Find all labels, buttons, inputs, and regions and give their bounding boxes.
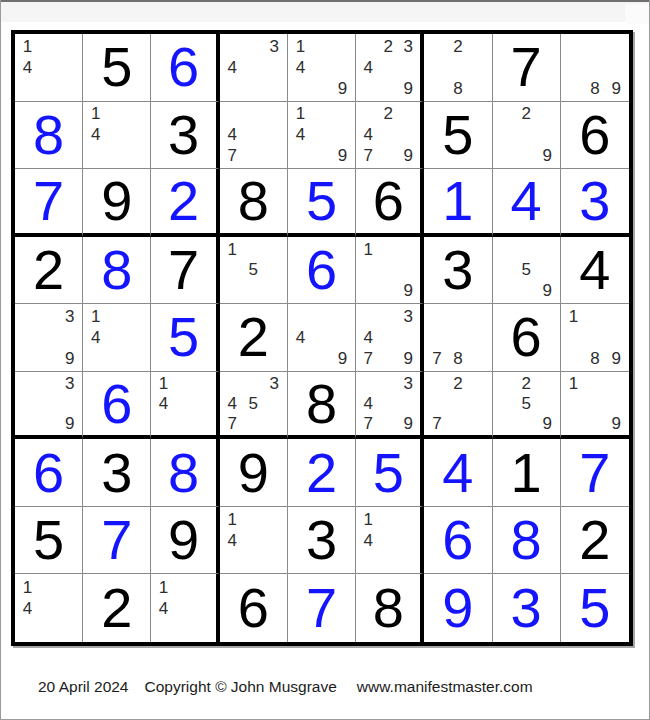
candidate-slot [106,124,127,145]
candidate-slot [243,57,264,78]
candidate-slot [398,104,418,125]
candidate-slot [426,374,447,394]
candidate-digit: 5 [516,260,537,281]
candidate-slot [468,394,489,414]
candidate-slot [59,78,80,99]
candidate-slot [426,78,447,99]
candidate-slot [378,413,398,433]
candidate-digit: 7 [222,145,243,166]
candidate-slot [127,348,148,369]
candidate-slot [194,413,214,433]
cell-r2c9[interactable]: 6 [561,102,629,170]
pencil-marks: 14 [358,509,418,572]
candidate-slot [584,327,605,348]
candidate-slot [563,348,584,369]
given-digit: 3 [306,512,337,568]
solved-digit: 3 [511,580,542,636]
candidate-slot [106,145,127,166]
candidate-slot [398,239,418,260]
candidate-slot [398,509,418,530]
candidate-slot [468,348,489,369]
candidate-slot [153,413,173,433]
cell-r9c6[interactable]: 8 [356,574,424,642]
candidate-slot [194,394,214,414]
solved-digit: 6 [101,376,132,432]
pencil-marks: 28 [426,36,489,99]
candidate-slot [38,348,59,369]
cell-r9c3[interactable]: 14 [151,574,219,642]
cell-r3c8[interactable]: 4 [493,169,561,237]
candidate-slot [85,145,106,166]
cell-r2c6[interactable]: 2479 [356,102,424,170]
pencil-marks: 14 [85,104,148,167]
candidate-digit: 9 [398,348,418,369]
cell-r2c2[interactable]: 14 [83,102,151,170]
cell-r9c1[interactable]: 14 [15,574,83,642]
candidate-digit: 1 [85,306,106,327]
cell-r3c6[interactable]: 6 [356,169,424,237]
candidate-slot [174,576,194,597]
candidate-digit: 1 [358,239,378,260]
candidate-slot [222,104,243,125]
candidate-slot [606,57,627,78]
candidate-slot [447,306,468,327]
cell-r5c8[interactable]: 6 [493,304,561,372]
candidate-slot [222,36,243,57]
pencil-marks: 2479 [358,104,418,167]
candidate-slot [194,576,214,597]
candidate-slot [332,306,353,327]
candidate-digit: 9 [398,280,418,301]
given-digit: 6 [238,580,269,636]
candidate-slot [563,413,584,433]
cell-r8c6[interactable]: 14 [356,507,424,575]
cell-r6c8[interactable]: 259 [493,372,561,440]
candidate-slot [127,104,148,125]
candidate-slot [378,260,398,281]
solved-digit: 7 [579,445,610,501]
candidate-digit: 4 [290,124,311,145]
candidate-slot [264,260,285,281]
candidate-digit: 4 [85,327,106,348]
candidate-slot [358,306,378,327]
candidate-slot [537,239,558,260]
given-digit: 6 [511,309,542,365]
pencil-marks: 14 [85,306,148,369]
candidate-slot [264,280,285,301]
candidate-slot [495,239,516,260]
given-digit: 6 [373,173,404,229]
solved-digit: 4 [511,173,542,229]
cell-r1c2[interactable]: 5 [83,34,151,102]
candidate-slot [563,78,584,99]
candidate-digit: 1 [290,36,311,57]
candidate-digit: 4 [17,598,38,619]
cell-r5c7[interactable]: 78 [424,304,492,372]
candidate-slot [516,413,537,433]
given-digit: 3 [442,242,473,298]
cell-r8c1[interactable]: 5 [15,507,83,575]
cell-r5c6[interactable]: 3479 [356,304,424,372]
candidate-digit: 7 [358,145,378,166]
cell-r8c3[interactable]: 9 [151,507,219,575]
candidate-digit: 9 [398,78,418,99]
given-digit: 5 [101,39,132,95]
solved-digit: 6 [33,445,64,501]
candidate-slot [378,306,398,327]
candidate-digit: 7 [426,413,447,433]
cell-r1c5[interactable]: 149 [288,34,356,102]
cell-r5c2[interactable]: 14 [83,304,151,372]
candidate-digit: 9 [332,145,353,166]
cell-r1c8[interactable]: 7 [493,34,561,102]
candidate-slot [516,124,537,145]
cell-r3c4[interactable]: 8 [220,169,288,237]
candidate-slot [332,36,353,57]
candidate-slot [378,394,398,414]
cell-r4c5[interactable]: 6 [288,237,356,305]
candidate-slot [264,104,285,125]
candidate-digit: 5 [243,260,264,281]
pencil-marks: 3457 [222,374,285,434]
pencil-marks: 89 [563,36,627,99]
candidate-slot [38,598,59,619]
cell-r2c1[interactable]: 8 [15,102,83,170]
candidate-slot [38,374,59,394]
candidate-slot [38,78,59,99]
candidate-slot [264,57,285,78]
candidate-slot [495,394,516,414]
cell-r6c7[interactable]: 27 [424,372,492,440]
cell-r3c1[interactable]: 7 [15,169,83,237]
candidate-slot [174,619,194,640]
candidate-digit: 4 [290,327,311,348]
candidate-slot [243,36,264,57]
candidate-slot [106,306,127,327]
pencil-marks: 27 [426,374,489,434]
candidate-slot [606,374,627,394]
candidate-slot [38,413,59,433]
candidate-slot [606,306,627,327]
candidate-slot [38,306,59,327]
candidate-slot [311,145,332,166]
cell-r3c7[interactable]: 1 [424,169,492,237]
candidate-slot [378,280,398,301]
candidate-slot [563,394,584,414]
cell-r5c9[interactable]: 189 [561,304,629,372]
candidate-slot [311,327,332,348]
cell-r2c3[interactable]: 3 [151,102,219,170]
pencil-marks: 34 [222,36,285,99]
candidate-slot [606,394,627,414]
candidate-slot [85,348,106,369]
candidate-slot [311,104,332,125]
footer-url[interactable]: www.manifestmaster.com [357,678,533,696]
given-digit: 6 [579,107,610,163]
candidate-digit: 4 [17,57,38,78]
candidate-digit: 4 [222,57,243,78]
candidate-slot [358,374,378,394]
solved-digit: 8 [511,512,542,568]
given-digit: 9 [101,173,132,229]
candidate-slot [537,394,558,414]
given-digit: 8 [238,173,269,229]
cell-r3c5[interactable]: 5 [288,169,356,237]
candidate-slot [194,374,214,394]
candidate-slot [38,36,59,57]
candidate-digit: 4 [358,57,378,78]
cell-r9c9[interactable]: 5 [561,574,629,642]
cell-r4c8[interactable]: 59 [493,237,561,305]
cell-r2c8[interactable]: 29 [493,102,561,170]
cell-r6c1[interactable]: 39 [15,372,83,440]
candidate-slot [332,104,353,125]
pencil-marks: 15 [222,239,285,302]
cell-r7c7[interactable]: 4 [424,439,492,507]
cell-r8c9[interactable]: 2 [561,507,629,575]
cell-r8c5[interactable]: 3 [288,507,356,575]
candidate-slot [447,413,468,433]
cell-r9c4[interactable]: 6 [220,574,288,642]
candidate-slot [264,509,285,530]
cell-r2c4[interactable]: 47 [220,102,288,170]
candidate-digit: 1 [17,576,38,597]
cell-r7c9[interactable]: 7 [561,439,629,507]
cell-r2c5[interactable]: 149 [288,102,356,170]
given-digit: 9 [238,445,269,501]
cell-r4c4[interactable]: 15 [220,237,288,305]
candidate-slot [311,78,332,99]
cell-r8c4[interactable]: 14 [220,507,288,575]
pencil-marks: 19 [563,374,627,434]
candidate-digit: 1 [17,36,38,57]
given-digit: 9 [168,512,199,568]
cell-r4c3[interactable]: 7 [151,237,219,305]
candidate-slot [378,78,398,99]
candidate-slot [358,36,378,57]
candidate-slot [332,57,353,78]
candidate-digit: 3 [398,36,418,57]
candidate-slot [378,551,398,572]
candidate-slot [606,36,627,57]
candidate-slot [243,78,264,99]
candidate-slot [243,530,264,551]
candidate-digit: 4 [358,327,378,348]
cell-r6c3[interactable]: 14 [151,372,219,440]
candidate-digit: 4 [358,124,378,145]
candidate-slot [378,124,398,145]
candidate-digit: 1 [563,306,584,327]
page: 1456341492349287898143471492479529679285… [0,0,650,720]
candidate-slot [38,394,59,414]
cell-r4c2[interactable]: 8 [83,237,151,305]
cell-r6c5[interactable]: 8 [288,372,356,440]
candidate-digit: 4 [85,124,106,145]
candidate-slot [243,509,264,530]
solved-digit: 8 [168,445,199,501]
candidate-slot [584,374,605,394]
candidate-slot [264,530,285,551]
candidate-slot [398,124,418,145]
cell-r9c5[interactable]: 7 [288,574,356,642]
cell-r4c9[interactable]: 4 [561,237,629,305]
candidate-slot [311,57,332,78]
candidate-slot [468,327,489,348]
candidate-slot [311,348,332,369]
candidate-slot [38,619,59,640]
cell-r4c7[interactable]: 3 [424,237,492,305]
candidate-slot [17,327,38,348]
solved-digit: 5 [306,173,337,229]
cell-r6c4[interactable]: 3457 [220,372,288,440]
given-digit: 2 [101,580,132,636]
cell-r5c1[interactable]: 39 [15,304,83,372]
cell-r1c7[interactable]: 28 [424,34,492,102]
pencil-marks: 14 [222,509,285,572]
candidate-slot [106,348,127,369]
given-digit: 4 [579,242,610,298]
candidate-digit: 9 [537,280,558,301]
pencil-marks: 14 [153,374,213,434]
given-digit: 2 [238,309,269,365]
cell-r5c3[interactable]: 5 [151,304,219,372]
candidate-slot [468,306,489,327]
candidate-slot [290,145,311,166]
cell-r4c1[interactable]: 2 [15,237,83,305]
solved-digit: 6 [442,512,473,568]
candidate-slot [290,348,311,369]
candidate-digit: 8 [447,78,468,99]
candidate-digit: 4 [358,530,378,551]
cell-r8c2[interactable]: 7 [83,507,151,575]
candidate-slot [243,413,264,433]
candidate-slot [222,260,243,281]
candidate-slot [243,374,264,394]
cell-r6c9[interactable]: 19 [561,372,629,440]
pencil-marks: 47 [222,104,285,167]
cell-r3c2[interactable]: 9 [83,169,151,237]
candidate-slot [378,239,398,260]
candidate-slot [378,509,398,530]
candidate-slot [378,145,398,166]
candidate-slot [59,394,80,414]
candidate-slot [17,348,38,369]
candidate-slot [584,413,605,433]
pencil-marks: 14 [17,36,80,99]
candidate-slot [17,374,38,394]
cell-r9c7[interactable]: 9 [424,574,492,642]
pencil-marks: 29 [495,104,558,167]
candidate-slot [447,327,468,348]
pencil-marks: 259 [495,374,558,434]
candidate-slot [59,619,80,640]
candidate-slot [59,327,80,348]
candidate-slot [127,306,148,327]
sudoku-board: 1456341492349287898143471492479529679285… [11,30,633,646]
candidate-digit: 4 [153,394,173,414]
candidate-slot [311,36,332,57]
candidate-digit: 7 [222,413,243,433]
candidate-slot [222,374,243,394]
candidate-slot [38,57,59,78]
cell-r7c5[interactable]: 2 [288,439,356,507]
candidate-slot [563,36,584,57]
cell-r7c6[interactable]: 5 [356,439,424,507]
candidate-slot [264,124,285,145]
cell-r1c1[interactable]: 14 [15,34,83,102]
cell-r7c8[interactable]: 1 [493,439,561,507]
candidate-digit: 2 [447,36,468,57]
cell-r7c1[interactable]: 6 [15,439,83,507]
cell-r2c7[interactable]: 5 [424,102,492,170]
candidate-digit: 1 [358,509,378,530]
candidate-slot [495,374,516,394]
candidate-slot [426,327,447,348]
cell-r3c9[interactable]: 3 [561,169,629,237]
candidate-digit: 1 [85,104,106,125]
cell-r1c3[interactable]: 6 [151,34,219,102]
candidate-slot [516,145,537,166]
cell-r9c8[interactable]: 3 [493,574,561,642]
candidate-slot [127,145,148,166]
candidate-slot [584,306,605,327]
solved-digit: 6 [168,39,199,95]
cell-r1c6[interactable]: 2349 [356,34,424,102]
cell-r8c7[interactable]: 6 [424,507,492,575]
cell-r1c9[interactable]: 89 [561,34,629,102]
candidate-slot [378,530,398,551]
candidate-digit: 2 [378,36,398,57]
candidate-digit: 2 [516,374,537,394]
candidate-digit: 9 [398,145,418,166]
candidate-digit: 1 [153,374,173,394]
candidate-slot [264,551,285,572]
cell-r5c4[interactable]: 2 [220,304,288,372]
candidate-digit: 7 [426,348,447,369]
pencil-marks: 14 [153,576,213,640]
candidate-slot [495,104,516,125]
cell-r7c2[interactable]: 3 [83,439,151,507]
candidate-digit: 9 [59,348,80,369]
cell-r6c2[interactable]: 6 [83,372,151,440]
candidate-digit: 3 [59,374,80,394]
candidate-slot [358,78,378,99]
cell-r4c6[interactable]: 19 [356,237,424,305]
candidate-slot [358,104,378,125]
candidate-digit: 1 [290,104,311,125]
candidate-digit: 9 [537,413,558,433]
cell-r1c4[interactable]: 34 [220,34,288,102]
candidate-slot [243,551,264,572]
candidate-slot [468,78,489,99]
cell-r9c2[interactable]: 2 [83,574,151,642]
cell-r6c6[interactable]: 3479 [356,372,424,440]
given-digit: 8 [373,580,404,636]
window-top-corner [625,4,649,24]
candidate-slot [243,239,264,260]
cell-r7c3[interactable]: 8 [151,439,219,507]
pencil-marks: 189 [563,306,627,369]
pencil-marks: 14 [17,576,80,640]
cell-r7c4[interactable]: 9 [220,439,288,507]
cell-r8c8[interactable]: 8 [493,507,561,575]
cell-r5c5[interactable]: 49 [288,304,356,372]
cell-r3c3[interactable]: 2 [151,169,219,237]
given-digit: 2 [579,512,610,568]
candidate-digit: 9 [537,145,558,166]
solved-digit: 2 [168,173,199,229]
candidate-slot [358,551,378,572]
